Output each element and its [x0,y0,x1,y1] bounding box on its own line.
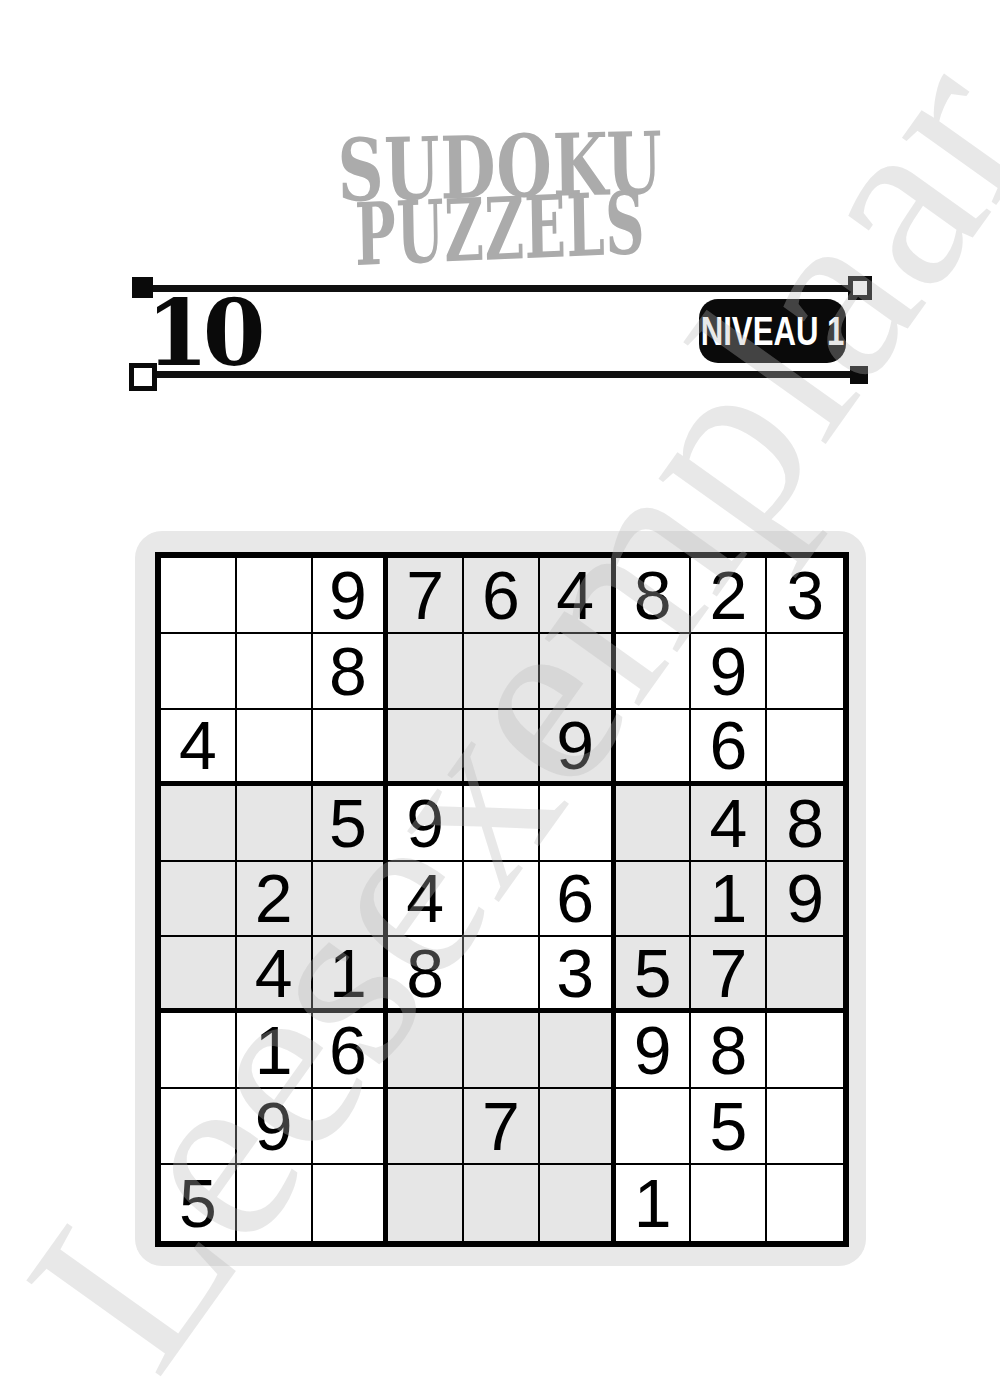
grid-cell[interactable] [161,558,237,634]
grid-cell[interactable] [388,1013,464,1089]
divider-cap-top-right [848,276,872,300]
grid-cell[interactable] [237,710,313,786]
grid-cell[interactable] [161,862,237,938]
grid-cell[interactable]: 8 [616,558,692,634]
grid-cell[interactable]: 9 [237,1089,313,1165]
grid-cell[interactable]: 1 [616,1165,692,1241]
grid-cell[interactable]: 1 [313,937,389,1013]
grid-cell[interactable] [767,1089,843,1165]
grid-cell[interactable] [464,862,540,938]
grid-cell[interactable]: 4 [161,710,237,786]
grid-cell[interactable] [161,1013,237,1089]
grid-cell[interactable] [313,862,389,938]
grid-cell[interactable] [237,786,313,862]
grid-cell[interactable]: 9 [313,558,389,634]
grid-cell[interactable]: 8 [388,937,464,1013]
puzzle-number: 10 [146,287,260,379]
grid-cell[interactable]: 9 [767,862,843,938]
grid-cell[interactable] [388,710,464,786]
grid-cell[interactable]: 5 [161,1165,237,1241]
grid-cell[interactable] [464,1013,540,1089]
grid-cell[interactable] [540,634,616,710]
grid-cell[interactable] [691,1165,767,1241]
grid-cell[interactable]: 5 [691,1089,767,1165]
grid-cell[interactable]: 1 [237,1013,313,1089]
grid-cell[interactable] [616,786,692,862]
grid-cell[interactable]: 9 [691,634,767,710]
grid-cell[interactable]: 6 [464,558,540,634]
grid-cell[interactable] [540,786,616,862]
grid-cell[interactable] [388,634,464,710]
grid-cell[interactable] [767,1013,843,1089]
grid-cell[interactable]: 8 [691,1013,767,1089]
grid-cell[interactable]: 9 [540,710,616,786]
grid-cell[interactable]: 4 [237,937,313,1013]
grid-cell[interactable] [540,1165,616,1241]
divider-cap-bottom-left [129,363,157,391]
grid-cell[interactable] [464,710,540,786]
grid-cell[interactable] [313,1089,389,1165]
grid-cell[interactable]: 4 [540,558,616,634]
grid-cell[interactable]: 8 [313,634,389,710]
grid-cell[interactable] [616,634,692,710]
grid-cell[interactable] [313,710,389,786]
grid-cell[interactable] [161,937,237,1013]
grid-cell[interactable]: 6 [540,862,616,938]
grid-cell[interactable]: 5 [616,937,692,1013]
grid-cell[interactable]: 9 [388,786,464,862]
grid-cell[interactable] [464,786,540,862]
grid-cell[interactable]: 4 [691,786,767,862]
grid-cell[interactable] [464,1165,540,1241]
grid-cell[interactable]: 1 [691,862,767,938]
sudoku-grid: 976482389496594824619418357169897551 [155,552,849,1247]
grid-cell[interactable]: 5 [313,786,389,862]
grid-cell[interactable] [237,634,313,710]
grid-cell[interactable] [237,1165,313,1241]
divider-bottom-rule [139,371,855,378]
page: SUDOKU PUZZELS 10 NIVEAU 1 9764823894965… [0,0,1000,1400]
grid-cell[interactable] [767,634,843,710]
grid-cell[interactable] [313,1165,389,1241]
grid-cell[interactable]: 2 [237,862,313,938]
divider-cap-bottom-right [850,366,868,384]
grid-cell[interactable] [767,937,843,1013]
grid-cell[interactable]: 9 [616,1013,692,1089]
page-subtitle: PUZZELS [354,180,645,278]
grid-cell[interactable] [161,634,237,710]
grid-cell[interactable] [464,634,540,710]
level-badge-label: NIVEAU 1 [701,308,845,355]
grid-cell[interactable]: 4 [388,862,464,938]
grid-cell[interactable] [161,1089,237,1165]
grid-cell[interactable] [237,558,313,634]
grid-cell[interactable]: 3 [540,937,616,1013]
grid-cell[interactable]: 7 [464,1089,540,1165]
grid-cell[interactable] [767,710,843,786]
grid-cell[interactable]: 7 [691,937,767,1013]
grid-cell[interactable]: 8 [767,786,843,862]
grid-cell[interactable] [616,1089,692,1165]
grid-cell[interactable]: 7 [388,558,464,634]
grid-cell[interactable]: 6 [691,710,767,786]
grid-cell[interactable]: 6 [313,1013,389,1089]
grid-cell[interactable] [388,1165,464,1241]
grid-cell[interactable]: 2 [691,558,767,634]
level-badge: NIVEAU 1 [699,299,846,363]
grid-cell[interactable] [616,862,692,938]
grid-cell[interactable] [540,1089,616,1165]
grid-cell[interactable] [616,710,692,786]
grid-cell[interactable] [767,1165,843,1241]
grid-cell[interactable]: 3 [767,558,843,634]
grid-cell[interactable] [464,937,540,1013]
grid-cell[interactable] [161,786,237,862]
grid-cell[interactable] [388,1089,464,1165]
grid-cell[interactable] [540,1013,616,1089]
